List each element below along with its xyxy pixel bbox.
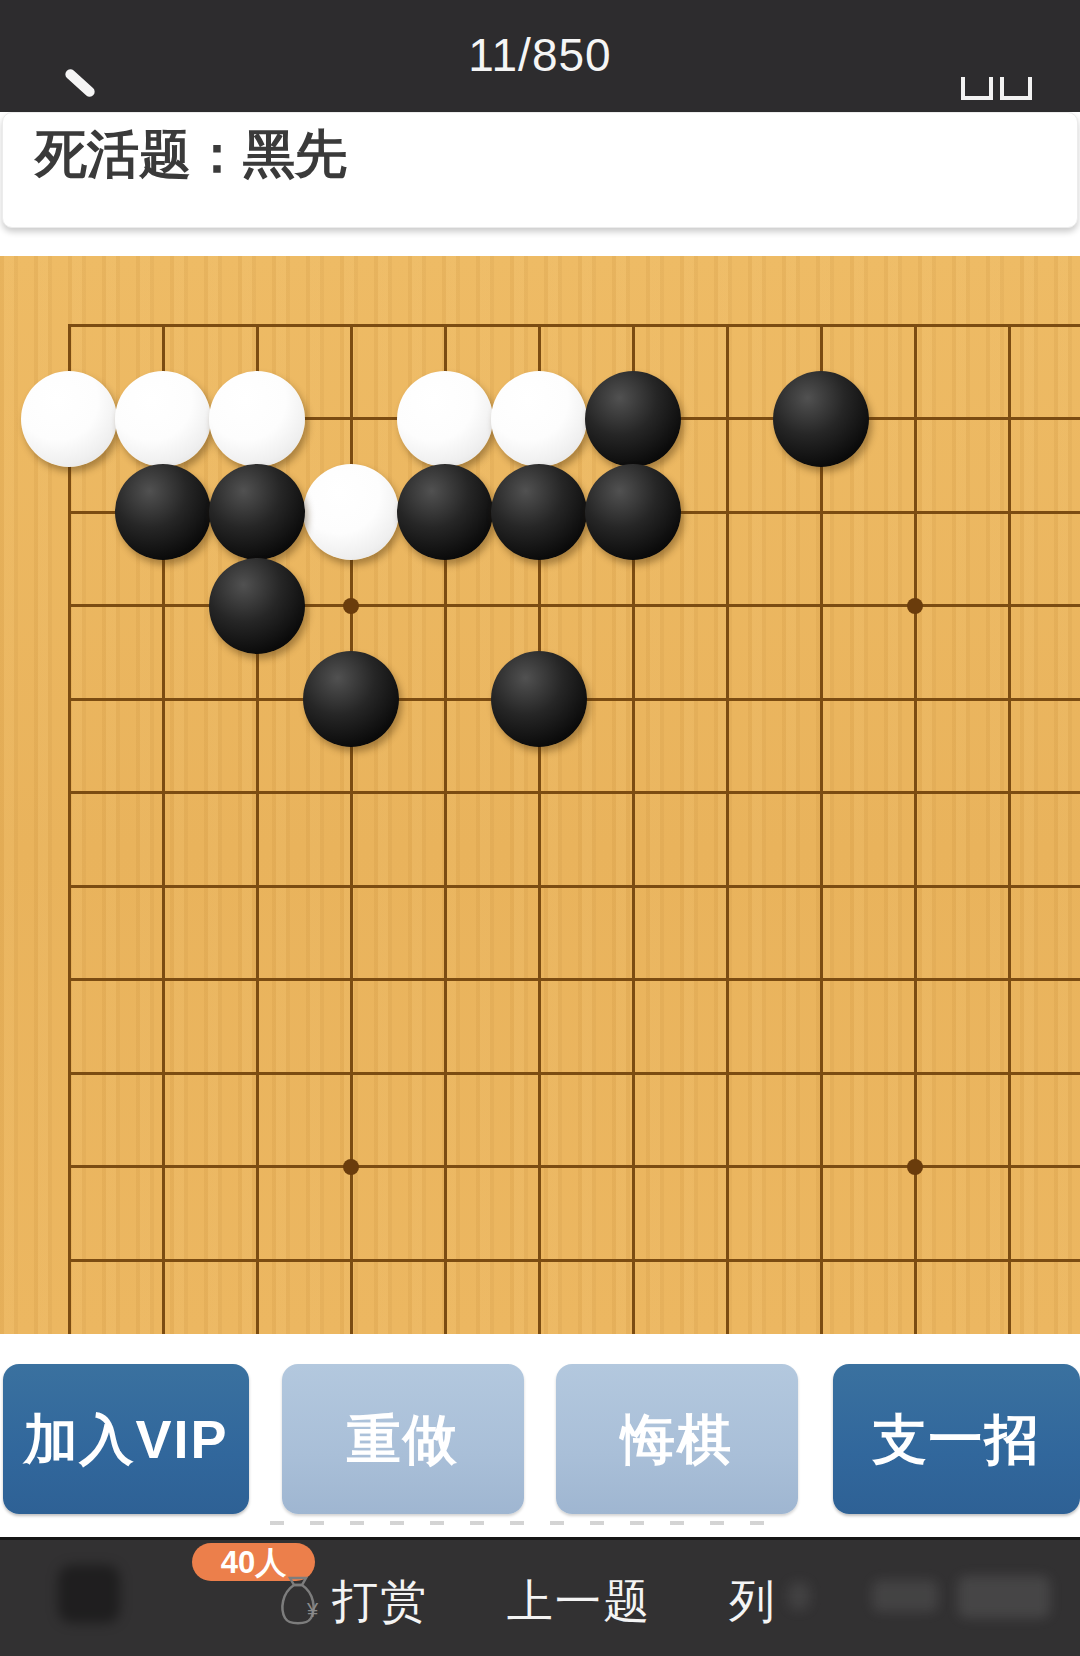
star-point: [343, 1159, 359, 1175]
faded-text-blob: [958, 1576, 1050, 1618]
board-grid-line: [68, 1259, 1080, 1262]
star-point: [343, 598, 359, 614]
list-menu-item[interactable]: 列: [729, 1576, 777, 1626]
board-grid-line: [68, 885, 1080, 888]
black-stone: [491, 651, 587, 747]
black-stone: [303, 651, 399, 747]
board-grid-line: [68, 324, 71, 1335]
white-stone: [209, 371, 305, 467]
white-stone: [491, 371, 587, 467]
hint-button[interactable]: 支一招: [833, 1364, 1080, 1514]
black-stone: [773, 371, 869, 467]
money-bag-icon: ¥: [276, 1575, 326, 1629]
black-stone: [585, 371, 681, 467]
faded-text-blob: [872, 1580, 938, 1612]
faded-text-blob: [788, 1582, 810, 1610]
go-board[interactable]: [0, 256, 1080, 1334]
black-stone: [491, 464, 587, 560]
board-grid-line: [914, 324, 917, 1335]
redo-button[interactable]: 重做: [282, 1364, 524, 1514]
star-point: [907, 598, 923, 614]
board-grid-line: [68, 791, 1080, 794]
previous-problem-menu-item[interactable]: 上一题: [507, 1576, 651, 1626]
top-bar: 11/850: [0, 0, 1080, 112]
app-screen: 11/850 死活题：黑先 加入VIP 重做 悔棋 支一招 40人 ¥ 打赏 上…: [0, 0, 1080, 1656]
problem-title-card: 死活题：黑先: [2, 112, 1078, 228]
board-grid-line: [68, 978, 1080, 981]
dotted-divider: [270, 1521, 790, 1525]
board-grid-line: [1008, 324, 1011, 1335]
white-stone: [303, 464, 399, 560]
board-grid-line: [68, 324, 1080, 327]
dim-avatar-blob: [58, 1565, 120, 1623]
star-point: [907, 1159, 923, 1175]
white-stone: [397, 371, 493, 467]
problem-progress: 11/850: [0, 28, 1080, 82]
board-grid-line: [820, 324, 823, 1335]
board-grid-line: [68, 1072, 1080, 1075]
join-vip-button[interactable]: 加入VIP: [3, 1364, 249, 1514]
black-stone: [209, 558, 305, 654]
reward-menu-item[interactable]: 打赏: [332, 1576, 428, 1626]
board-grid-line: [68, 1165, 1080, 1168]
black-stone: [209, 464, 305, 560]
problem-title: 死活题：黑先: [35, 126, 347, 182]
board-grid-line: [726, 324, 729, 1335]
white-stone: [115, 371, 211, 467]
black-stone: [397, 464, 493, 560]
white-stone: [21, 371, 117, 467]
black-stone: [115, 464, 211, 560]
svg-text:¥: ¥: [306, 1599, 319, 1621]
bottom-bar: 40人 ¥ 打赏 上一题 列: [0, 1537, 1080, 1656]
window-bracket-icon[interactable]: [961, 77, 993, 100]
undo-button[interactable]: 悔棋: [556, 1364, 798, 1514]
window-bracket-icon[interactable]: [1000, 77, 1032, 100]
black-stone: [585, 464, 681, 560]
